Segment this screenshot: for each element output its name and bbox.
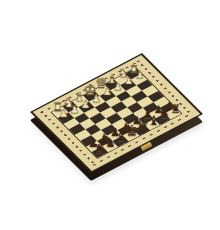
product-photo: ♜♟♟♜♞♟♟♞♝♟♟♝♛♟♟♛♚♟♟♚♝♟♟♝♞♟♟♞♜♟♟♜ (0, 0, 220, 230)
board-border (33, 55, 201, 171)
scene: ♜♟♟♜♞♟♟♞♝♟♟♝♛♟♟♛♚♟♟♚♝♟♟♝♞♟♟♞♜♟♟♜ (0, 0, 220, 230)
chess-board (30, 53, 203, 173)
